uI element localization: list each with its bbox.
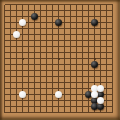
black-stone[interactable] <box>91 61 98 68</box>
white-stone[interactable] <box>97 97 104 104</box>
go-board-grid <box>2 2 116 116</box>
black-stone[interactable] <box>55 19 62 26</box>
white-stone[interactable] <box>91 91 98 98</box>
white-stone[interactable] <box>55 91 62 98</box>
white-stone[interactable] <box>19 19 26 26</box>
star-point <box>58 58 60 60</box>
white-stone[interactable] <box>19 91 26 98</box>
star-point <box>94 58 96 60</box>
go-board[interactable] <box>0 0 120 120</box>
white-stone[interactable] <box>13 31 20 38</box>
star-point <box>22 58 24 60</box>
white-stone[interactable] <box>97 85 104 92</box>
black-stone[interactable] <box>91 19 98 26</box>
black-stone[interactable] <box>31 13 38 20</box>
board-intersection[interactable] <box>110 110 116 116</box>
black-stone[interactable] <box>97 103 104 110</box>
